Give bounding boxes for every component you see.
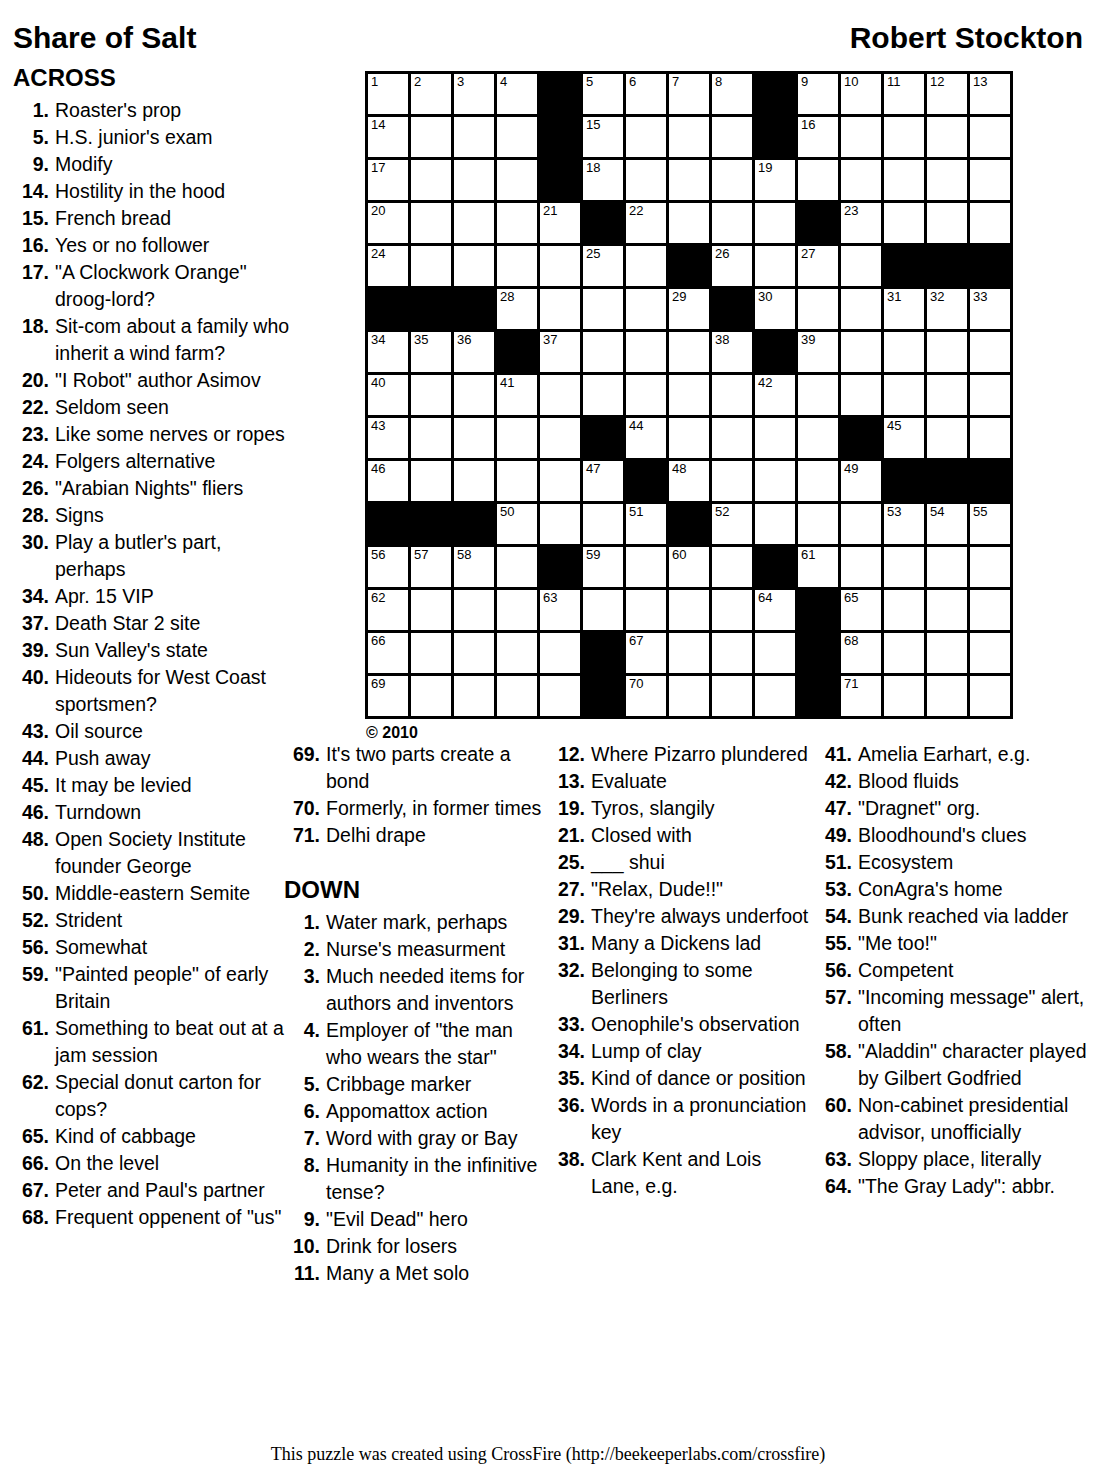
- grid-cell-r1c6[interactable]: 5: [583, 74, 623, 114]
- clue-text: Ecosystem: [858, 849, 1094, 876]
- grid-cell-r11c11[interactable]: [798, 504, 838, 544]
- grid-cell-r6c11[interactable]: [798, 289, 838, 329]
- grid-cell-r2c14[interactable]: [927, 117, 967, 157]
- grid-cell-r11c14[interactable]: 54: [927, 504, 967, 544]
- grid-cell-r3c15[interactable]: [970, 160, 1010, 200]
- grid-cell-r15c1[interactable]: 69: [368, 676, 408, 716]
- clue-down-55: 55."Me too!": [816, 930, 1094, 957]
- grid-cell-r4c4[interactable]: [497, 203, 537, 243]
- grid-cell-r3c11[interactable]: [798, 160, 838, 200]
- grid-cell-r3c6[interactable]: 18: [583, 160, 623, 200]
- grid-cell-r4c13[interactable]: [884, 203, 924, 243]
- grid-cell-r14c4[interactable]: [497, 633, 537, 673]
- grid-cell-r12c7[interactable]: [626, 547, 666, 587]
- clue-text: ___ shui: [591, 849, 814, 876]
- cell-number: 59: [586, 548, 600, 562]
- grid-black-square-r5c8: [669, 246, 709, 286]
- grid-cell-r10c1[interactable]: 46: [368, 461, 408, 501]
- grid-cell-r13c6[interactable]: [583, 590, 623, 630]
- grid-cell-r13c3[interactable]: [454, 590, 494, 630]
- grid-cell-r8c9[interactable]: [712, 375, 752, 415]
- clue-down-27: 27."Relax, Dude!!": [549, 876, 814, 903]
- grid-cell-r8c5[interactable]: [540, 375, 580, 415]
- clue-number: 15.: [13, 205, 55, 232]
- grid-cell-r2c6[interactable]: 15: [583, 117, 623, 157]
- grid-black-square-r11c8: [669, 504, 709, 544]
- grid-cell-r4c14[interactable]: [927, 203, 967, 243]
- cell-number: 46: [371, 462, 385, 476]
- clue-down-10: 10.Drink for losers: [284, 1233, 547, 1260]
- clue-text: Tyros, slangily: [591, 795, 814, 822]
- grid-cell-r9c15[interactable]: [970, 418, 1010, 458]
- grid-cell-r9c10[interactable]: [755, 418, 795, 458]
- clue-number: 47.: [816, 795, 858, 822]
- grid-black-square-r6c3: [454, 289, 494, 329]
- grid-cell-r8c8[interactable]: [669, 375, 709, 415]
- grid-cell-r15c12[interactable]: 71: [841, 676, 881, 716]
- clue-down-42: 42.Blood fluids: [816, 768, 1094, 795]
- grid-black-square-r11c3: [454, 504, 494, 544]
- clue-across-18: 18.Sit-com about a family who inherit a …: [13, 313, 290, 367]
- cell-number: 51: [629, 505, 643, 519]
- clue-number: 39.: [13, 637, 55, 664]
- grid-cell-r1c4[interactable]: 4: [497, 74, 537, 114]
- cell-number: 56: [371, 548, 385, 562]
- clue-down-35: 35.Kind of dance or position: [549, 1065, 814, 1092]
- grid-cell-r6c10[interactable]: 30: [755, 289, 795, 329]
- grid-cell-r8c4[interactable]: 41: [497, 375, 537, 415]
- clue-text: Play a butler's part, perhaps: [55, 529, 290, 583]
- clue-number: 50.: [13, 880, 55, 907]
- grid-cell-r9c9[interactable]: [712, 418, 752, 458]
- clue-across-14: 14.Hostility in the hood: [13, 178, 290, 205]
- clue-number: 7.: [284, 1125, 326, 1152]
- grid-cell-r11c7[interactable]: 51: [626, 504, 666, 544]
- grid-cell-r10c11[interactable]: [798, 461, 838, 501]
- grid-cell-r1c8[interactable]: 7: [669, 74, 709, 114]
- grid-cell-r5c2[interactable]: [411, 246, 451, 286]
- grid-black-square-r2c5: [540, 117, 580, 157]
- clue-number: 61.: [13, 1015, 55, 1069]
- grid-cell-r13c4[interactable]: [497, 590, 537, 630]
- cell-number: 34: [371, 333, 385, 347]
- grid-cell-r4c15[interactable]: [970, 203, 1010, 243]
- grid-cell-r9c8[interactable]: [669, 418, 709, 458]
- grid-cell-r13c13[interactable]: [884, 590, 924, 630]
- grid-cell-r13c7[interactable]: [626, 590, 666, 630]
- clue-number: 17.: [13, 259, 55, 313]
- grid-cell-r15c10[interactable]: [755, 676, 795, 716]
- grid-cell-r4c8[interactable]: [669, 203, 709, 243]
- cell-number: 43: [371, 419, 385, 433]
- clue-down-47: 47."Dragnet" org.: [816, 795, 1094, 822]
- cell-number: 4: [500, 75, 507, 89]
- clue-down-13: 13.Evaluate: [549, 768, 814, 795]
- grid-cell-r7c5[interactable]: 37: [540, 332, 580, 372]
- grid-cell-r9c4[interactable]: [497, 418, 537, 458]
- grid-cell-r7c12[interactable]: [841, 332, 881, 372]
- grid-cell-r13c1[interactable]: 62: [368, 590, 408, 630]
- grid-cell-r13c9[interactable]: [712, 590, 752, 630]
- clue-number: 57.: [816, 984, 858, 1038]
- clue-across-56: 56.Somewhat: [13, 934, 290, 961]
- clue-text: Roaster's prop: [55, 97, 290, 124]
- cell-number: 14: [371, 118, 385, 132]
- grid-cell-r13c8[interactable]: [669, 590, 709, 630]
- grid-cell-r12c6[interactable]: 59: [583, 547, 623, 587]
- grid-cell-r10c6[interactable]: 47: [583, 461, 623, 501]
- grid-cell-r14c13[interactable]: [884, 633, 924, 673]
- grid-cell-r12c9[interactable]: [712, 547, 752, 587]
- grid-black-square-r11c1: [368, 504, 408, 544]
- grid-cell-r7c6[interactable]: [583, 332, 623, 372]
- grid-cell-r7c3[interactable]: 36: [454, 332, 494, 372]
- clue-number: 46.: [13, 799, 55, 826]
- clue-across-70: 70.Formerly, in former times: [284, 795, 547, 822]
- cell-number: 53: [887, 505, 901, 519]
- grid-cell-r5c12[interactable]: [841, 246, 881, 286]
- grid-cell-r3c8[interactable]: [669, 160, 709, 200]
- grid-cell-r1c1[interactable]: 1: [368, 74, 408, 114]
- cell-number: 19: [758, 161, 772, 175]
- grid-cell-r14c15[interactable]: [970, 633, 1010, 673]
- grid-cell-r2c3[interactable]: [454, 117, 494, 157]
- grid-cell-r11c9[interactable]: 52: [712, 504, 752, 544]
- grid-cell-r2c1[interactable]: 14: [368, 117, 408, 157]
- grid-cell-r1c7[interactable]: 6: [626, 74, 666, 114]
- cell-number: 29: [672, 290, 686, 304]
- grid-cell-r12c8[interactable]: 60: [669, 547, 709, 587]
- cell-number: 31: [887, 290, 901, 304]
- grid-cell-r14c3[interactable]: [454, 633, 494, 673]
- cell-number: 63: [543, 591, 557, 605]
- clue-across-5: 5.H.S. junior's exam: [13, 124, 290, 151]
- clue-number: 71.: [284, 822, 326, 849]
- cell-number: 41: [500, 376, 514, 390]
- grid-cell-r1c15[interactable]: 13: [970, 74, 1010, 114]
- clue-number: 23.: [13, 421, 55, 448]
- grid-cell-r5c11[interactable]: 27: [798, 246, 838, 286]
- grid-cell-r9c1[interactable]: 43: [368, 418, 408, 458]
- grid-cell-r15c2[interactable]: [411, 676, 451, 716]
- grid-cell-r2c9[interactable]: [712, 117, 752, 157]
- grid-cell-r8c1[interactable]: 40: [368, 375, 408, 415]
- grid-cell-r6c13[interactable]: 31: [884, 289, 924, 329]
- grid-cell-r4c3[interactable]: [454, 203, 494, 243]
- grid-cell-r14c8[interactable]: [669, 633, 709, 673]
- grid-cell-r1c13[interactable]: 11: [884, 74, 924, 114]
- grid-cell-r7c1[interactable]: 34: [368, 332, 408, 372]
- grid-cell-r12c13[interactable]: [884, 547, 924, 587]
- across-header: ACROSS: [13, 63, 290, 93]
- clue-text: "Arabian Nights" fliers: [55, 475, 290, 502]
- clue-across-9: 9.Modify: [13, 151, 290, 178]
- grid-cell-r10c4[interactable]: [497, 461, 537, 501]
- grid-cell-r11c10[interactable]: [755, 504, 795, 544]
- grid-cell-r3c13[interactable]: [884, 160, 924, 200]
- clue-number: 29.: [549, 903, 591, 930]
- grid-cell-r11c13[interactable]: 53: [884, 504, 924, 544]
- grid-cell-r14c10[interactable]: [755, 633, 795, 673]
- grid-cell-r9c3[interactable]: [454, 418, 494, 458]
- grid-cell-r5c6[interactable]: 25: [583, 246, 623, 286]
- grid-cell-r8c12[interactable]: [841, 375, 881, 415]
- grid-cell-r14c12[interactable]: 68: [841, 633, 881, 673]
- grid-cell-r3c9[interactable]: [712, 160, 752, 200]
- grid-cell-r2c4[interactable]: [497, 117, 537, 157]
- grid-cell-r11c12[interactable]: [841, 504, 881, 544]
- grid-cell-r4c9[interactable]: [712, 203, 752, 243]
- grid-cell-r4c2[interactable]: [411, 203, 451, 243]
- grid-cell-r7c2[interactable]: 35: [411, 332, 451, 372]
- grid-cell-r8c10[interactable]: 42: [755, 375, 795, 415]
- grid-cell-r10c9[interactable]: [712, 461, 752, 501]
- grid-cell-r6c6[interactable]: [583, 289, 623, 329]
- grid-cell-r12c3[interactable]: 58: [454, 547, 494, 587]
- grid-cell-r11c4[interactable]: 50: [497, 504, 537, 544]
- grid-cell-r10c3[interactable]: [454, 461, 494, 501]
- cell-number: 68: [844, 634, 858, 648]
- grid-cell-r7c13[interactable]: [884, 332, 924, 372]
- grid-cell-r2c8[interactable]: [669, 117, 709, 157]
- grid-cell-r4c7[interactable]: 22: [626, 203, 666, 243]
- grid-black-square-r14c11: [798, 633, 838, 673]
- grid-cell-r12c4[interactable]: [497, 547, 537, 587]
- grid-cell-r8c2[interactable]: [411, 375, 451, 415]
- clue-number: 49.: [816, 822, 858, 849]
- grid-cell-r15c8[interactable]: [669, 676, 709, 716]
- clue-number: 14.: [13, 178, 55, 205]
- grid-cell-r15c3[interactable]: [454, 676, 494, 716]
- grid-cell-r10c2[interactable]: [411, 461, 451, 501]
- grid-cell-r5c9[interactable]: 26: [712, 246, 752, 286]
- grid-cell-r15c7[interactable]: 70: [626, 676, 666, 716]
- clue-text: Amelia Earhart, e.g.: [858, 741, 1094, 768]
- grid-cell-r1c14[interactable]: 12: [927, 74, 967, 114]
- grid-cell-r9c11[interactable]: [798, 418, 838, 458]
- grid-cell-r10c10[interactable]: [755, 461, 795, 501]
- grid-cell-r5c1[interactable]: 24: [368, 246, 408, 286]
- grid-cell-r8c3[interactable]: [454, 375, 494, 415]
- grid-cell-r14c2[interactable]: [411, 633, 451, 673]
- clue-text: Hostility in the hood: [55, 178, 290, 205]
- grid-cell-r10c8[interactable]: 48: [669, 461, 709, 501]
- grid-cell-r1c9[interactable]: 8: [712, 74, 752, 114]
- grid-cell-r8c6[interactable]: [583, 375, 623, 415]
- clue-across-30: 30.Play a butler's part, perhaps: [13, 529, 290, 583]
- grid-cell-r1c11[interactable]: 9: [798, 74, 838, 114]
- down-clue-list-1: 1.Water mark, perhaps2.Nurse's measurmen…: [284, 909, 547, 1287]
- grid-cell-r2c15[interactable]: [970, 117, 1010, 157]
- grid-cell-r12c1[interactable]: 56: [368, 547, 408, 587]
- grid-cell-r2c13[interactable]: [884, 117, 924, 157]
- clue-number: 68.: [13, 1204, 55, 1231]
- grid-cell-r5c4[interactable]: [497, 246, 537, 286]
- grid-black-square-r5c15: [970, 246, 1010, 286]
- grid-cell-r15c13[interactable]: [884, 676, 924, 716]
- clue-down-33: 33.Oenophile's observation: [549, 1011, 814, 1038]
- clue-text: Lump of clay: [591, 1038, 814, 1065]
- grid-cell-r1c2[interactable]: 2: [411, 74, 451, 114]
- grid-cell-r14c7[interactable]: 67: [626, 633, 666, 673]
- grid-cell-r9c13[interactable]: 45: [884, 418, 924, 458]
- grid-cell-r3c2[interactable]: [411, 160, 451, 200]
- clue-number: 18.: [13, 313, 55, 367]
- grid-cell-r12c12[interactable]: [841, 547, 881, 587]
- grid-cell-r3c10[interactable]: 19: [755, 160, 795, 200]
- cell-number: 71: [844, 677, 858, 691]
- grid-cell-r7c11[interactable]: 39: [798, 332, 838, 372]
- grid-cell-r8c14[interactable]: [927, 375, 967, 415]
- grid-cell-r15c15[interactable]: [970, 676, 1010, 716]
- clue-number: 35.: [549, 1065, 591, 1092]
- grid-cell-r4c1[interactable]: 20: [368, 203, 408, 243]
- grid-cell-r6c5[interactable]: [540, 289, 580, 329]
- grid-cell-r2c2[interactable]: [411, 117, 451, 157]
- grid-cell-r4c12[interactable]: 23: [841, 203, 881, 243]
- grid-cell-r11c5[interactable]: [540, 504, 580, 544]
- grid-cell-r7c9[interactable]: 38: [712, 332, 752, 372]
- grid-cell-r14c5[interactable]: [540, 633, 580, 673]
- grid-cell-r4c10[interactable]: [755, 203, 795, 243]
- grid-cell-r6c14[interactable]: 32: [927, 289, 967, 329]
- grid-cell-r14c9[interactable]: [712, 633, 752, 673]
- grid-cell-r2c12[interactable]: [841, 117, 881, 157]
- grid-cell-r7c7[interactable]: [626, 332, 666, 372]
- clue-text: Like some nerves or ropes: [55, 421, 290, 448]
- grid-cell-r12c15[interactable]: [970, 547, 1010, 587]
- grid-cell-r9c7[interactable]: 44: [626, 418, 666, 458]
- grid-black-square-r4c11: [798, 203, 838, 243]
- clue-text: Non-cabinet presidential advisor, unoffi…: [858, 1092, 1094, 1146]
- across-clue-list-main: 1.Roaster's prop5.H.S. junior's exam9.Mo…: [13, 97, 290, 1231]
- grid-cell-r13c15[interactable]: [970, 590, 1010, 630]
- clue-text: Closed with: [591, 822, 814, 849]
- clue-number: 45.: [13, 772, 55, 799]
- grid-cell-r7c15[interactable]: [970, 332, 1010, 372]
- clue-text: It may be levied: [55, 772, 290, 799]
- clue-text: ConAgra's home: [858, 876, 1094, 903]
- grid-cell-r1c3[interactable]: 3: [454, 74, 494, 114]
- grid-cell-r15c14[interactable]: [927, 676, 967, 716]
- clue-down-8: 8.Humanity in the infinitive tense?: [284, 1152, 547, 1206]
- cell-number: 50: [500, 505, 514, 519]
- grid-cell-r2c11[interactable]: 16: [798, 117, 838, 157]
- grid-cell-r13c14[interactable]: [927, 590, 967, 630]
- cell-number: 36: [457, 333, 471, 347]
- grid-cell-r13c12[interactable]: 65: [841, 590, 881, 630]
- grid-cell-r11c15[interactable]: 55: [970, 504, 1010, 544]
- clue-number: 38.: [549, 1146, 591, 1200]
- clue-across-69: 69.It's two parts create a bond: [284, 741, 547, 795]
- grid-cell-r13c5[interactable]: 63: [540, 590, 580, 630]
- grid-cell-r12c14[interactable]: [927, 547, 967, 587]
- grid-cell-r8c13[interactable]: [884, 375, 924, 415]
- grid-cell-r13c10[interactable]: 64: [755, 590, 795, 630]
- grid-cell-r12c2[interactable]: 57: [411, 547, 451, 587]
- grid-cell-r3c12[interactable]: [841, 160, 881, 200]
- grid-cell-r8c15[interactable]: [970, 375, 1010, 415]
- grid-cell-r6c12[interactable]: [841, 289, 881, 329]
- grid-cell-r5c5[interactable]: [540, 246, 580, 286]
- clue-number: 33.: [549, 1011, 591, 1038]
- grid-black-square-r15c6: [583, 676, 623, 716]
- cell-number: 58: [457, 548, 471, 562]
- grid-cell-r6c15[interactable]: 33: [970, 289, 1010, 329]
- clue-number: 41.: [816, 741, 858, 768]
- grid-cell-r8c7[interactable]: [626, 375, 666, 415]
- grid-cell-r5c10[interactable]: [755, 246, 795, 286]
- grid-cell-r5c7[interactable]: [626, 246, 666, 286]
- grid-cell-r3c1[interactable]: 17: [368, 160, 408, 200]
- grid-cell-r13c2[interactable]: [411, 590, 451, 630]
- grid-cell-r3c14[interactable]: [927, 160, 967, 200]
- across-clue-list-tail: 69.It's two parts create a bond70.Former…: [284, 741, 547, 849]
- cell-number: 10: [844, 75, 858, 89]
- clue-number: 70.: [284, 795, 326, 822]
- clue-text: Turndown: [55, 799, 290, 826]
- grid-cell-r3c3[interactable]: [454, 160, 494, 200]
- grid-cell-r3c7[interactable]: [626, 160, 666, 200]
- cell-number: 67: [629, 634, 643, 648]
- grid-cell-r10c5[interactable]: [540, 461, 580, 501]
- grid-cell-r8c11[interactable]: [798, 375, 838, 415]
- clue-text: Peter and Paul's partner: [55, 1177, 290, 1204]
- clue-text: Open Society Institute founder George: [55, 826, 290, 880]
- grid-black-square-r6c2: [411, 289, 451, 329]
- footer-credit: This puzzle was created using CrossFire …: [0, 1444, 1096, 1465]
- clue-number: 54.: [816, 903, 858, 930]
- clue-text: Drink for losers: [326, 1233, 547, 1260]
- clue-down-3: 3.Much needed items for authors and inve…: [284, 963, 547, 1017]
- clue-number: 3.: [284, 963, 326, 1017]
- grid-cell-r15c9[interactable]: [712, 676, 752, 716]
- grid-cell-r7c8[interactable]: [669, 332, 709, 372]
- cell-number: 25: [586, 247, 600, 261]
- grid-cell-r2c7[interactable]: [626, 117, 666, 157]
- clue-number: 1.: [284, 909, 326, 936]
- grid-cell-r9c2[interactable]: [411, 418, 451, 458]
- clue-number: 9.: [284, 1206, 326, 1233]
- grid-cell-r11c6[interactable]: [583, 504, 623, 544]
- grid-cell-r5c3[interactable]: [454, 246, 494, 286]
- grid-cell-r15c5[interactable]: [540, 676, 580, 716]
- clues-column-4: 41.Amelia Earhart, e.g.42.Blood fluids47…: [816, 741, 1094, 1200]
- cell-number: 33: [973, 290, 987, 304]
- grid-cell-r9c14[interactable]: [927, 418, 967, 458]
- grid-cell-r14c14[interactable]: [927, 633, 967, 673]
- clue-down-32: 32.Belonging to some Berliners: [549, 957, 814, 1011]
- grid-cell-r3c4[interactable]: [497, 160, 537, 200]
- grid-cell-r7c14[interactable]: [927, 332, 967, 372]
- clue-down-53: 53.ConAgra's home: [816, 876, 1094, 903]
- clue-text: Belonging to some Berliners: [591, 957, 814, 1011]
- grid-cell-r12c11[interactable]: 61: [798, 547, 838, 587]
- clue-text: Seldom seen: [55, 394, 290, 421]
- grid-black-square-r10c7: [626, 461, 666, 501]
- grid-cell-r6c4[interactable]: 28: [497, 289, 537, 329]
- grid-cell-r4c5[interactable]: 21: [540, 203, 580, 243]
- grid-cell-r15c4[interactable]: [497, 676, 537, 716]
- grid-cell-r1c12[interactable]: 10: [841, 74, 881, 114]
- grid-cell-r6c7[interactable]: [626, 289, 666, 329]
- grid-cell-r9c5[interactable]: [540, 418, 580, 458]
- grid-cell-r10c12[interactable]: 49: [841, 461, 881, 501]
- grid-cell-r14c1[interactable]: 66: [368, 633, 408, 673]
- cell-number: 7: [672, 75, 679, 89]
- clue-number: 67.: [13, 1177, 55, 1204]
- grid-cell-r6c8[interactable]: 29: [669, 289, 709, 329]
